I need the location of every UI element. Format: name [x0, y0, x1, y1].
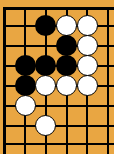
black-stone: [15, 55, 36, 76]
white-stone: [35, 75, 56, 96]
black-stone: [56, 35, 77, 56]
grid-line-horizontal: [3, 125, 114, 127]
white-stone: [15, 95, 36, 116]
white-stone: [77, 35, 98, 56]
white-stone: [77, 75, 98, 96]
white-stone: [77, 55, 98, 76]
white-stone: [56, 15, 77, 36]
grid-line-horizontal: [3, 143, 114, 145]
black-stone: [35, 55, 56, 76]
white-stone: [56, 75, 77, 96]
black-stone: [56, 55, 77, 76]
grid-line-vertical: [107, 7, 109, 155]
black-stone: [15, 75, 36, 96]
black-stone: [35, 15, 56, 36]
go-board[interactable]: [0, 0, 114, 154]
board-edge-top: [3, 7, 114, 10]
board-edge-left: [3, 7, 7, 155]
white-stone: [77, 15, 98, 36]
white-stone: [35, 115, 56, 136]
